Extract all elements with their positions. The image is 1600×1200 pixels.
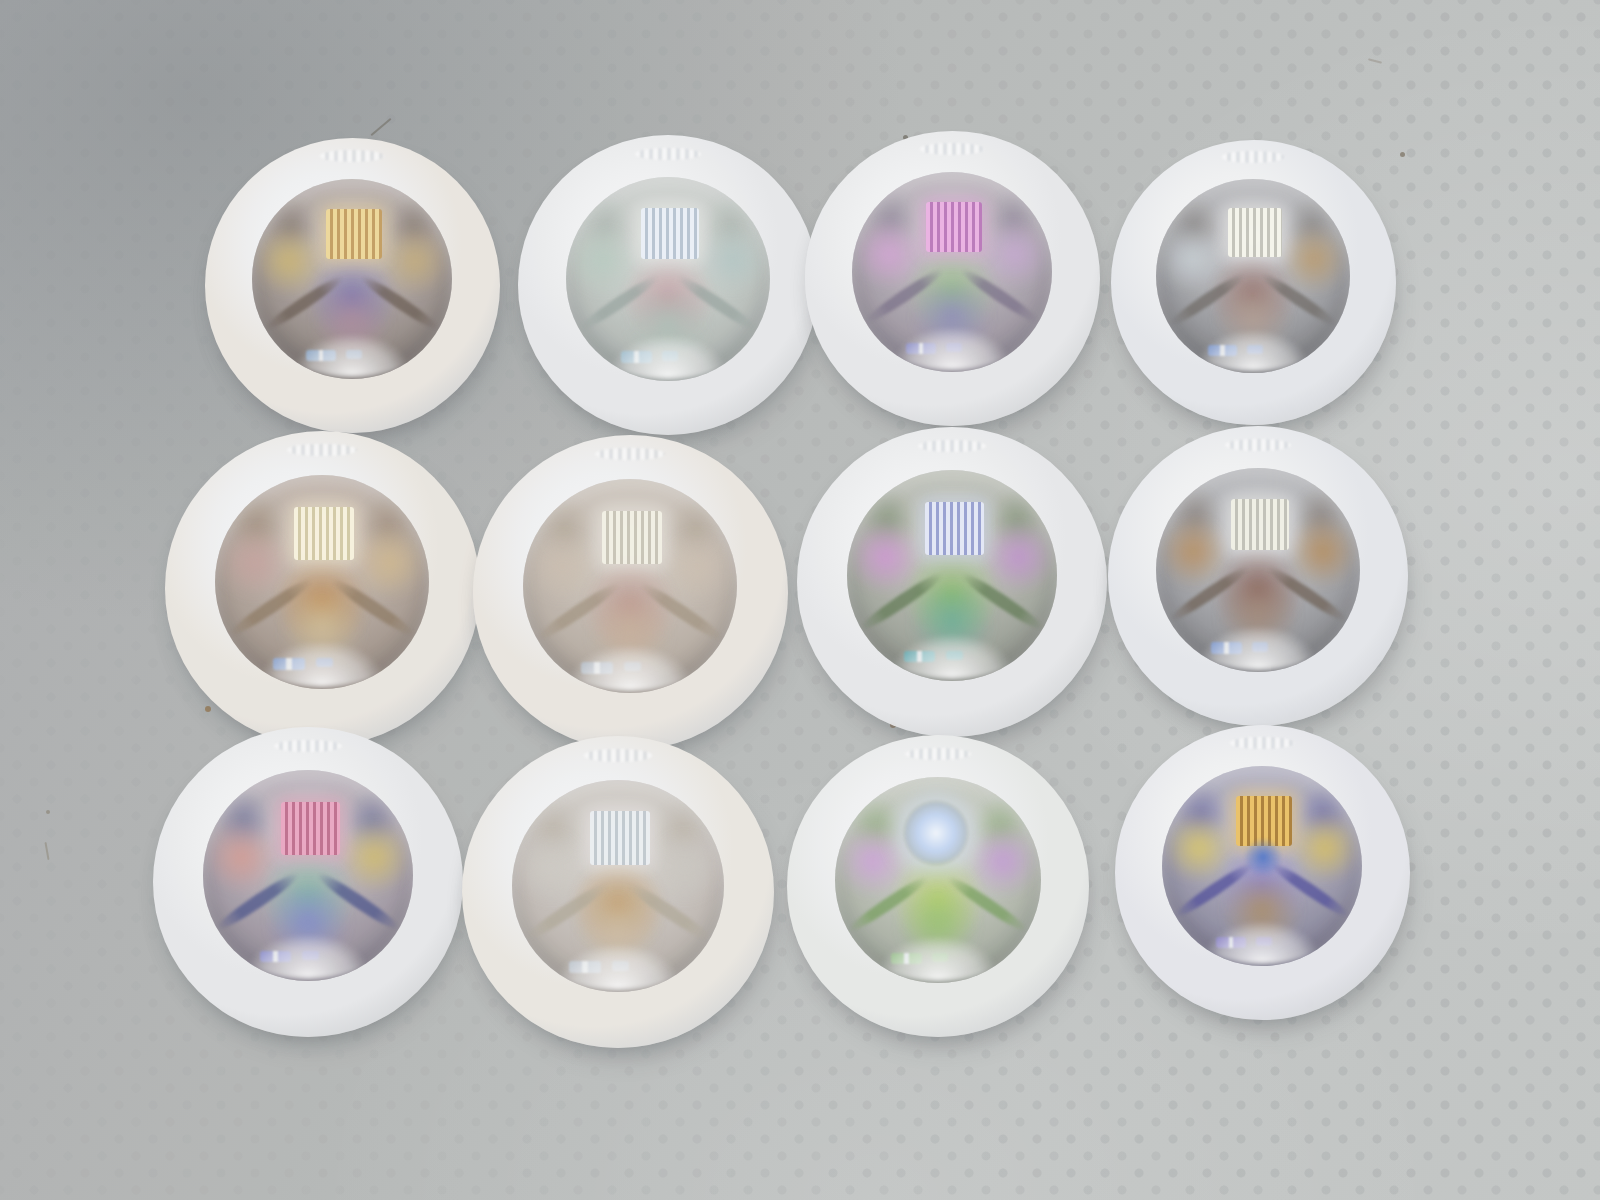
bottom-crescent-highlight	[609, 336, 727, 379]
photo-canvas	[0, 0, 1600, 1200]
window-blinds-reflection	[641, 208, 698, 259]
pearl-cabochon-r1c4	[1111, 140, 1396, 425]
window-blinds-reflection	[926, 202, 982, 252]
bottom-crescent-highlight	[294, 335, 410, 377]
top-specular-dashes	[274, 740, 342, 752]
top-specular-dashes	[918, 440, 986, 452]
window-blinds-reflection	[925, 502, 984, 555]
reflective-dome	[512, 780, 724, 992]
pearl-cabochon-r3c2	[462, 736, 774, 1048]
reflective-dome	[215, 475, 429, 689]
reflective-dome	[847, 470, 1058, 681]
window-blinds-reflection	[590, 811, 649, 864]
bead-grid	[0, 0, 1600, 1200]
reflective-dome	[203, 770, 414, 981]
bottom-crescent-highlight	[894, 328, 1010, 370]
bottom-crescent-highlight	[878, 937, 997, 980]
top-specular-dashes	[595, 448, 664, 461]
bottom-crescent-highlight	[1197, 331, 1309, 372]
reflective-dome	[566, 177, 770, 381]
pearl-cabochon-r1c3	[805, 131, 1100, 426]
round-light-reflection	[903, 800, 969, 866]
window-blinds-reflection	[281, 802, 340, 855]
pearl-cabochon-r2c3	[797, 427, 1107, 737]
top-specular-dashes	[320, 150, 385, 162]
reflective-dome	[1162, 766, 1363, 967]
pearl-cabochon-r1c2	[518, 135, 818, 435]
reflective-dome	[1156, 468, 1360, 672]
reflective-dome	[523, 479, 737, 693]
window-blinds-reflection	[326, 209, 382, 259]
reflective-dome	[852, 172, 1053, 373]
bottom-crescent-highlight	[260, 642, 384, 687]
pearl-cabochon-r3c3	[787, 735, 1089, 1037]
bottom-crescent-highlight	[556, 945, 679, 990]
window-blinds-reflection	[602, 511, 662, 565]
top-specular-dashes	[1222, 151, 1285, 162]
window-blinds-reflection	[1231, 499, 1288, 550]
top-specular-dashes	[905, 748, 971, 760]
top-specular-dashes	[287, 444, 356, 457]
top-specular-dashes	[1230, 737, 1295, 749]
reflective-dome	[835, 777, 1040, 982]
top-specular-dashes	[635, 148, 701, 160]
bottom-crescent-highlight	[1204, 922, 1320, 964]
reflective-dome	[1156, 179, 1350, 373]
reflective-dome	[252, 179, 453, 380]
top-specular-dashes	[1225, 439, 1291, 451]
blue-dot-reflection	[1244, 838, 1282, 876]
bottom-crescent-highlight	[568, 646, 692, 691]
pearl-cabochon-r3c4	[1115, 725, 1410, 1020]
window-blinds-reflection	[294, 507, 354, 561]
pearl-cabochon-r1c1	[205, 138, 500, 433]
top-specular-dashes	[920, 143, 985, 155]
bottom-crescent-highlight	[891, 635, 1013, 679]
pearl-cabochon-r3c1	[153, 727, 463, 1037]
pearl-cabochon-r2c2	[473, 435, 788, 750]
top-specular-dashes	[584, 749, 653, 761]
pearl-cabochon-r2c4	[1108, 426, 1408, 726]
bottom-crescent-highlight	[247, 935, 369, 979]
bottom-crescent-highlight	[1199, 627, 1317, 670]
window-blinds-reflection	[1228, 208, 1282, 256]
pearl-cabochon-r2c1	[165, 431, 480, 746]
